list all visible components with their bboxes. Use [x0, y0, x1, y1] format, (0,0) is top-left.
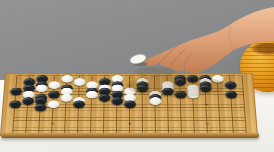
board-cell: ●	[110, 93, 123, 96]
black-stone: ●	[47, 91, 59, 99]
board-cell: ○	[22, 93, 35, 96]
white-stone: ○	[35, 84, 47, 92]
board-cell: ○	[186, 93, 199, 96]
black-stone: ●	[98, 94, 110, 102]
board-cell: ●	[9, 90, 22, 93]
black-stone: ●	[186, 75, 198, 83]
black-stone: ●	[174, 78, 186, 86]
white-stone: ○	[61, 75, 73, 83]
board-cell: ○	[60, 96, 73, 99]
white-stone: ○	[73, 78, 85, 86]
board-cell: ○	[149, 99, 162, 102]
board-cell: ●	[173, 80, 186, 83]
board-cell: ●	[47, 93, 60, 96]
white-stone: ○	[86, 91, 98, 99]
board-cell: ●	[35, 77, 48, 80]
board-cell: ●	[123, 103, 136, 106]
board-cell: ○	[85, 83, 98, 86]
held-stone-shadow	[134, 62, 148, 66]
board-cell: ●	[174, 93, 187, 96]
board-front-edge	[1, 133, 259, 138]
board-cell: ○	[60, 90, 73, 93]
board-cell: ●	[161, 90, 174, 93]
black-stone: ●	[225, 91, 237, 99]
white-stone: ○	[211, 75, 223, 83]
board-cell: ●	[34, 99, 47, 102]
black-stone: ●	[174, 91, 186, 99]
white-stone: ○	[48, 81, 60, 89]
board-cell: ○	[48, 83, 61, 86]
finger-crease	[170, 49, 185, 67]
board-cell: ○	[73, 80, 86, 83]
board-grid: ●○○●●●○●○●○●○●○○●●○●●●○●○○●○○●●○●●○●○○●○…	[6, 74, 253, 135]
held-white-stone	[129, 53, 147, 65]
board-cell: ○	[85, 93, 98, 96]
black-stone: ●	[224, 81, 236, 89]
white-stone: ○	[187, 91, 199, 99]
board-cell: ○	[123, 96, 136, 99]
go-board: ●○○●●●○●○●○●○●○○●●○●●●○●○○●○○●●○●●○●○○●○…	[0, 73, 258, 136]
black-stone: ●	[124, 100, 136, 108]
board-cell: ●	[21, 99, 34, 102]
board-surface: ●○○●●●○●○●○●○●○○●●○●●●○●○○●○○●●○●●○●○○●○…	[0, 73, 258, 136]
black-stone: ●	[136, 84, 148, 92]
black-stone: ●	[199, 84, 211, 92]
board-cell: ●	[23, 80, 36, 83]
finger-crease	[184, 51, 193, 70]
board-cell: ●	[98, 90, 111, 93]
board-cell: ○	[123, 90, 136, 93]
star-point	[50, 123, 54, 124]
board-cell: ●	[136, 87, 149, 90]
board-cell: ○	[47, 103, 60, 106]
board-cell: ○	[111, 87, 124, 90]
finger-crease	[159, 46, 177, 63]
black-stone: ●	[111, 97, 123, 105]
black-stone: ●	[161, 88, 173, 96]
white-stone: ○	[149, 97, 161, 105]
board-cell: ●	[22, 87, 35, 90]
wrist-crease	[229, 26, 233, 49]
board-cell: ●	[98, 96, 111, 99]
board-cell: ○	[60, 77, 73, 80]
board-cell: ●	[72, 103, 85, 106]
black-stone: ●	[34, 104, 46, 112]
board-cell: ○	[211, 77, 224, 80]
board-cell: ○	[111, 77, 124, 80]
board-cell: ●	[34, 106, 47, 109]
board-cell: ●	[8, 103, 21, 106]
photo-scene: ●○○●●●○●○●○●○●○○●●○●●●○●○○●○○●●○●●○●○○●○…	[0, 0, 274, 152]
white-stone: ○	[60, 94, 72, 102]
board-cell: ●	[110, 99, 123, 102]
board-cell: ●	[224, 93, 237, 96]
star-point	[128, 85, 132, 86]
board-cell: ●	[199, 87, 212, 90]
star-point	[204, 104, 208, 105]
board-cell: ○	[35, 87, 48, 90]
white-stone: ○	[47, 100, 59, 108]
star-point	[205, 123, 209, 124]
star-point	[128, 123, 132, 124]
board-cell: ●	[186, 77, 199, 80]
black-stone: ●	[72, 100, 84, 108]
board-cell: ●	[224, 83, 237, 86]
board-cell: ●	[98, 80, 111, 83]
